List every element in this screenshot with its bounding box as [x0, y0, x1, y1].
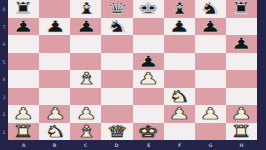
black-bishop-piece[interactable]: ♝	[168, 0, 190, 18]
square-f3[interactable]: ♞	[164, 88, 195, 106]
black-pawn-piece[interactable]: ♟	[13, 18, 35, 36]
chess-app-frame: 87654321 ♜♝♛♚♝♞♜♟♟♟♞♟♟♟♟♝♟♞♟♟♟♟♟♟♜♞♝♛♚♜ …	[0, 0, 266, 150]
black-pawn-piece[interactable]: ♟	[44, 18, 66, 36]
square-a3[interactable]	[8, 88, 39, 106]
square-a8[interactable]: ♜	[8, 0, 39, 18]
square-e6[interactable]	[133, 35, 164, 53]
square-g7[interactable]: ♟	[195, 18, 226, 36]
white-pawn-piece[interactable]: ♟	[13, 105, 35, 123]
square-f2[interactable]: ♟	[164, 105, 195, 123]
square-d7[interactable]: ♞	[101, 18, 132, 36]
square-g2[interactable]: ♟	[195, 105, 226, 123]
black-knight-piece[interactable]: ♞	[200, 0, 222, 18]
file-label-f: F	[167, 141, 192, 149]
white-pawn-piece[interactable]: ♟	[137, 70, 159, 88]
square-f1[interactable]	[164, 123, 195, 141]
rank-label-1: 1	[1, 124, 7, 138]
white-pawn-piece[interactable]: ♟	[200, 105, 222, 123]
square-f4[interactable]	[164, 70, 195, 88]
square-e5[interactable]: ♟	[133, 53, 164, 71]
square-b7[interactable]: ♟	[39, 18, 70, 36]
black-pawn-piece[interactable]: ♟	[200, 18, 222, 36]
white-bishop-piece[interactable]: ♝	[75, 70, 97, 88]
square-h4[interactable]	[226, 70, 257, 88]
square-d4[interactable]	[101, 70, 132, 88]
file-label-b: B	[42, 141, 67, 149]
square-a5[interactable]	[8, 53, 39, 71]
white-bishop-piece[interactable]: ♝	[75, 123, 97, 141]
black-knight-piece[interactable]: ♞	[106, 18, 128, 36]
white-knight-piece[interactable]: ♞	[44, 123, 66, 141]
square-h7[interactable]	[226, 18, 257, 36]
rank-label-4: 4	[1, 72, 7, 86]
black-rook-piece[interactable]: ♜	[13, 0, 35, 18]
file-label-g: G	[198, 141, 223, 149]
square-d2[interactable]	[101, 105, 132, 123]
square-h8[interactable]: ♜	[226, 0, 257, 18]
square-a2[interactable]: ♟	[8, 105, 39, 123]
black-king-piece[interactable]: ♚	[137, 0, 159, 18]
square-h3[interactable]	[226, 88, 257, 106]
square-c7[interactable]: ♟	[70, 18, 101, 36]
square-b4[interactable]	[39, 70, 70, 88]
square-b5[interactable]	[39, 53, 70, 71]
black-pawn-piece[interactable]: ♟	[137, 53, 159, 71]
square-f6[interactable]	[164, 35, 195, 53]
file-labels-row: ABCDEFGH	[8, 140, 257, 150]
rank-labels-column: 87654321	[0, 0, 8, 140]
square-g1[interactable]	[195, 123, 226, 141]
rank-label-3: 3	[1, 89, 7, 103]
square-h5[interactable]	[226, 53, 257, 71]
square-g8[interactable]: ♞	[195, 0, 226, 18]
white-pawn-piece[interactable]: ♟	[231, 105, 253, 123]
rank-label-2: 2	[1, 107, 7, 121]
square-d5[interactable]	[101, 53, 132, 71]
black-queen-piece[interactable]: ♛	[106, 0, 128, 18]
white-pawn-piece[interactable]: ♟	[168, 105, 190, 123]
square-c3[interactable]	[70, 88, 101, 106]
square-e8[interactable]: ♚	[133, 0, 164, 18]
square-f7[interactable]: ♟	[164, 18, 195, 36]
square-e1[interactable]: ♚	[133, 123, 164, 141]
square-f5[interactable]	[164, 53, 195, 71]
rank-label-6: 6	[1, 37, 7, 51]
square-h2[interactable]: ♟	[226, 105, 257, 123]
white-rook-piece[interactable]: ♜	[231, 123, 253, 141]
white-knight-piece[interactable]: ♞	[168, 88, 190, 106]
chess-board[interactable]: ♜♝♛♚♝♞♜♟♟♟♞♟♟♟♟♝♟♞♟♟♟♟♟♟♜♞♝♛♚♜	[8, 0, 257, 140]
square-a7[interactable]: ♟	[8, 18, 39, 36]
square-d6[interactable]	[101, 35, 132, 53]
square-f8[interactable]: ♝	[164, 0, 195, 18]
rank-label-7: 7	[1, 19, 7, 33]
file-label-e: E	[136, 141, 161, 149]
square-e2[interactable]	[133, 105, 164, 123]
file-label-c: C	[73, 141, 98, 149]
square-b1[interactable]: ♞	[39, 123, 70, 141]
square-g5[interactable]	[195, 53, 226, 71]
square-b8[interactable]	[39, 0, 70, 18]
square-c2[interactable]: ♟	[70, 105, 101, 123]
square-e3[interactable]	[133, 88, 164, 106]
square-g3[interactable]	[195, 88, 226, 106]
black-pawn-piece[interactable]: ♟	[75, 18, 97, 36]
rank-label-8: 8	[1, 2, 7, 16]
square-g4[interactable]	[195, 70, 226, 88]
black-pawn-piece[interactable]: ♟	[168, 18, 190, 36]
square-c1[interactable]: ♝	[70, 123, 101, 141]
square-e7[interactable]	[133, 18, 164, 36]
rank-label-5: 5	[1, 54, 7, 68]
file-label-d: D	[104, 141, 129, 149]
white-pawn-piece[interactable]: ♟	[44, 105, 66, 123]
square-a1[interactable]: ♜	[8, 123, 39, 141]
square-d3[interactable]	[101, 88, 132, 106]
square-c4[interactable]: ♝	[70, 70, 101, 88]
file-label-a: A	[11, 141, 36, 149]
square-d1[interactable]: ♛	[101, 123, 132, 141]
square-g6[interactable]	[195, 35, 226, 53]
square-b2[interactable]: ♟	[39, 105, 70, 123]
square-d8[interactable]: ♛	[101, 0, 132, 18]
black-bishop-piece[interactable]: ♝	[75, 0, 97, 18]
square-c8[interactable]: ♝	[70, 0, 101, 18]
white-pawn-piece[interactable]: ♟	[75, 105, 97, 123]
square-c5[interactable]	[70, 53, 101, 71]
square-b3[interactable]	[39, 88, 70, 106]
square-e4[interactable]: ♟	[133, 70, 164, 88]
square-h1[interactable]: ♜	[226, 123, 257, 141]
black-rook-piece[interactable]: ♜	[231, 0, 253, 18]
black-pawn-piece[interactable]: ♟	[231, 35, 253, 53]
square-c6[interactable]	[70, 35, 101, 53]
white-queen-piece[interactable]: ♛	[106, 123, 128, 141]
square-b6[interactable]	[39, 35, 70, 53]
file-label-h: H	[229, 141, 254, 149]
white-king-piece[interactable]: ♚	[137, 123, 159, 141]
square-a6[interactable]	[8, 35, 39, 53]
white-rook-piece[interactable]: ♜	[13, 123, 35, 141]
square-h6[interactable]: ♟	[226, 35, 257, 53]
square-a4[interactable]	[8, 70, 39, 88]
